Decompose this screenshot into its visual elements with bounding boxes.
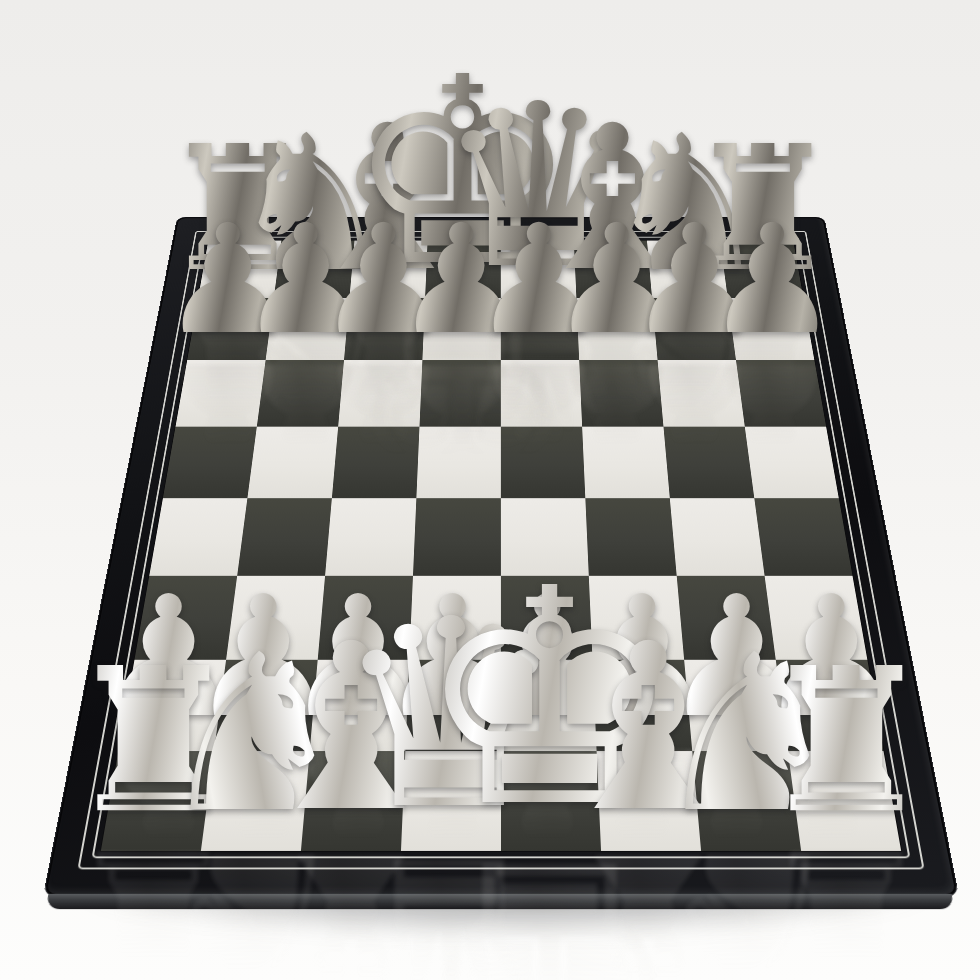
piece-light-rook[interactable]: ♜♜ [747,642,946,841]
product-photo-scene: ♜♜♞♞♝♝♚♚♛♛♝♝♞♞♜♜♟♟♟♟♟♟♟♟♟♟♟♟♟♟♟♟♟♟♟♟♟♟♟♟… [0,0,980,980]
piece-dark-pawn[interactable]: ♟♟ [697,205,848,356]
